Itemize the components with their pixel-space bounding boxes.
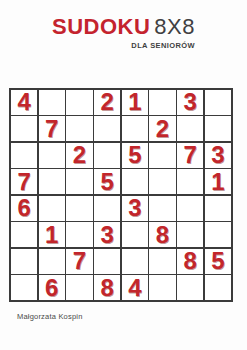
sudoku-cell-r5c2[interactable] [39, 196, 65, 221]
sudoku-cell-r3c4[interactable] [94, 143, 120, 168]
sudoku-cell-r7c6[interactable] [149, 249, 175, 274]
sudoku-cell-r7c8[interactable]: 5 [205, 249, 231, 274]
sudoku-cell-r1c1[interactable]: 4 [11, 90, 37, 115]
sudoku-cell-r1c5[interactable]: 1 [122, 90, 148, 115]
author-credit: Małgorzata Kospin [17, 312, 83, 321]
sudoku-cell-r8c2[interactable]: 6 [39, 275, 65, 300]
sudoku-cell-r4c3[interactable] [66, 169, 92, 194]
sudoku-cell-r2c4[interactable] [94, 116, 120, 141]
sudoku-cell-r5c1[interactable]: 6 [11, 196, 37, 221]
sudoku-cell-r2c7[interactable] [177, 116, 203, 141]
sudoku-cell-r1c7[interactable]: 3 [177, 90, 203, 115]
sudoku-cell-r1c6[interactable] [149, 90, 175, 115]
sudoku-cell-r6c4[interactable]: 3 [94, 222, 120, 247]
sudoku-cell-r1c4[interactable]: 2 [94, 90, 120, 115]
sudoku-cell-r3c2[interactable] [39, 143, 65, 168]
sudoku-cell-r4c4[interactable]: 5 [94, 169, 120, 194]
sudoku-cell-r5c8[interactable] [205, 196, 231, 221]
sudoku-cell-r2c5[interactable] [122, 116, 148, 141]
sudoku-cell-r6c3[interactable] [66, 222, 92, 247]
sudoku-cell-r8c4[interactable]: 8 [94, 275, 120, 300]
title-block: SUDOKU8X8 DLA SENIORÓW [52, 16, 195, 50]
sudoku-cell-r7c3[interactable]: 7 [66, 249, 92, 274]
sudoku-cell-r8c5[interactable]: 4 [122, 275, 148, 300]
sudoku-cell-r7c1[interactable] [11, 249, 37, 274]
sudoku-cell-r2c2[interactable]: 7 [39, 116, 65, 141]
sudoku-cell-r3c7[interactable]: 7 [177, 143, 203, 168]
page-title: SUDOKU8X8 [52, 16, 195, 38]
sudoku-cell-r5c3[interactable] [66, 196, 92, 221]
sudoku-cell-r3c8[interactable]: 3 [205, 143, 231, 168]
sudoku-cell-r4c1[interactable]: 7 [11, 169, 37, 194]
sudoku-board: 421372257375163138785684 [9, 88, 233, 302]
sudoku-cell-r4c2[interactable] [39, 169, 65, 194]
sudoku-cell-r3c1[interactable] [11, 143, 37, 168]
sudoku-cell-r6c2[interactable]: 1 [39, 222, 65, 247]
sudoku-cell-r2c3[interactable] [66, 116, 92, 141]
sudoku-cell-r6c5[interactable] [122, 222, 148, 247]
sudoku-cell-r6c7[interactable] [177, 222, 203, 247]
sudoku-cell-r8c7[interactable] [177, 275, 203, 300]
page-header: SUDOKU8X8 DLA SENIORÓW [0, 16, 247, 52]
sudoku-cell-r5c6[interactable] [149, 196, 175, 221]
sudoku-cell-r3c6[interactable] [149, 143, 175, 168]
sudoku-cell-r2c1[interactable] [11, 116, 37, 141]
sudoku-cell-r8c1[interactable] [11, 275, 37, 300]
sudoku-cell-r4c5[interactable] [122, 169, 148, 194]
sudoku-cell-r5c5[interactable]: 3 [122, 196, 148, 221]
sudoku-cell-r6c8[interactable] [205, 222, 231, 247]
sudoku-cell-r7c5[interactable] [122, 249, 148, 274]
sudoku-cell-r1c3[interactable] [66, 90, 92, 115]
sudoku-cell-r1c2[interactable] [39, 90, 65, 115]
sudoku-cell-r4c6[interactable] [149, 169, 175, 194]
sudoku-cell-r1c8[interactable] [205, 90, 231, 115]
sudoku-cell-r2c6[interactable]: 2 [149, 116, 175, 141]
sudoku-cell-r4c8[interactable]: 1 [205, 169, 231, 194]
sudoku-cell-r3c3[interactable]: 2 [66, 143, 92, 168]
sudoku-cell-r5c4[interactable] [94, 196, 120, 221]
subtitle-dla-seniorow: DLA SENIORÓW [52, 41, 195, 50]
sudoku-cell-r8c6[interactable] [149, 275, 175, 300]
sudoku-cell-r5c7[interactable] [177, 196, 203, 221]
sudoku-cell-r6c1[interactable] [11, 222, 37, 247]
sudoku-cell-r2c8[interactable] [205, 116, 231, 141]
sudoku-cell-r7c4[interactable] [94, 249, 120, 274]
sudoku-cell-r3c5[interactable]: 5 [122, 143, 148, 168]
title-sudoku: SUDOKU [52, 14, 150, 39]
sudoku-cell-r7c7[interactable]: 8 [177, 249, 203, 274]
sudoku-cell-r8c8[interactable] [205, 275, 231, 300]
sudoku-cell-r4c7[interactable] [177, 169, 203, 194]
sudoku-cell-r7c2[interactable] [39, 249, 65, 274]
sudoku-cell-r8c3[interactable] [66, 275, 92, 300]
title-size-8x8: 8X8 [154, 14, 195, 39]
sudoku-cell-r6c6[interactable]: 8 [149, 222, 175, 247]
